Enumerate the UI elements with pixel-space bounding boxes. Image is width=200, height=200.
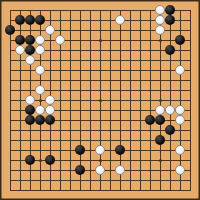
grid-line-horizontal	[10, 190, 191, 191]
black-stone[interactable]	[15, 15, 26, 26]
black-stone[interactable]	[175, 35, 186, 46]
white-stone[interactable]	[175, 65, 186, 76]
star-point	[39, 159, 42, 162]
star-point	[99, 39, 102, 42]
star-point	[159, 159, 162, 162]
white-stone[interactable]	[155, 15, 166, 26]
black-stone[interactable]	[35, 115, 46, 126]
black-stone[interactable]	[25, 115, 36, 126]
black-stone[interactable]	[45, 115, 56, 126]
black-stone[interactable]	[25, 35, 36, 46]
star-point	[39, 99, 42, 102]
white-stone[interactable]	[95, 165, 106, 176]
white-stone[interactable]	[175, 105, 186, 116]
white-stone[interactable]	[45, 25, 56, 36]
black-stone[interactable]	[155, 135, 166, 146]
black-stone[interactable]	[35, 15, 46, 26]
grid-line-horizontal	[10, 180, 191, 181]
black-stone[interactable]	[5, 25, 16, 36]
white-stone[interactable]	[15, 45, 26, 56]
black-stone[interactable]	[25, 105, 36, 116]
star-point	[99, 99, 102, 102]
black-stone[interactable]	[165, 5, 176, 16]
black-stone[interactable]	[45, 155, 56, 166]
grid-line-vertical	[130, 10, 131, 191]
grid-line-vertical	[110, 10, 111, 191]
white-stone[interactable]	[165, 105, 176, 116]
white-stone[interactable]	[35, 65, 46, 76]
white-stone[interactable]	[115, 15, 126, 26]
black-stone[interactable]	[25, 15, 36, 26]
white-stone[interactable]	[155, 25, 166, 36]
black-stone[interactable]	[25, 45, 36, 56]
white-stone[interactable]	[175, 145, 186, 156]
white-stone[interactable]	[35, 45, 46, 56]
star-point	[159, 99, 162, 102]
white-stone[interactable]	[175, 165, 186, 176]
white-stone[interactable]	[155, 105, 166, 116]
black-stone[interactable]	[25, 155, 36, 166]
black-stone[interactable]	[115, 145, 126, 156]
white-stone[interactable]	[35, 85, 46, 96]
black-stone[interactable]	[165, 45, 176, 56]
grid-line-vertical	[190, 10, 191, 191]
white-stone[interactable]	[35, 105, 46, 116]
white-stone[interactable]	[25, 95, 36, 106]
white-stone[interactable]	[45, 105, 56, 116]
go-board[interactable]	[0, 0, 200, 200]
white-stone[interactable]	[175, 115, 186, 126]
grid-line-vertical	[120, 10, 121, 191]
white-stone[interactable]	[55, 35, 66, 46]
go-app-window	[0, 0, 200, 200]
white-stone[interactable]	[95, 145, 106, 156]
black-stone[interactable]	[145, 115, 156, 126]
grid-line-horizontal	[10, 130, 191, 131]
white-stone[interactable]	[35, 35, 46, 46]
grid-line-vertical	[170, 10, 171, 191]
black-stone[interactable]	[75, 145, 86, 156]
grid-line-vertical	[150, 10, 151, 191]
black-stone[interactable]	[165, 125, 176, 136]
black-stone[interactable]	[165, 15, 176, 26]
grid-line-vertical	[140, 10, 141, 191]
star-point	[99, 159, 102, 162]
white-stone[interactable]	[155, 5, 166, 16]
black-stone[interactable]	[75, 165, 86, 176]
black-stone[interactable]	[15, 35, 26, 46]
white-stone[interactable]	[25, 55, 36, 66]
white-stone[interactable]	[115, 165, 126, 176]
white-stone[interactable]	[45, 95, 56, 106]
star-point	[159, 39, 162, 42]
black-stone[interactable]	[155, 115, 166, 126]
